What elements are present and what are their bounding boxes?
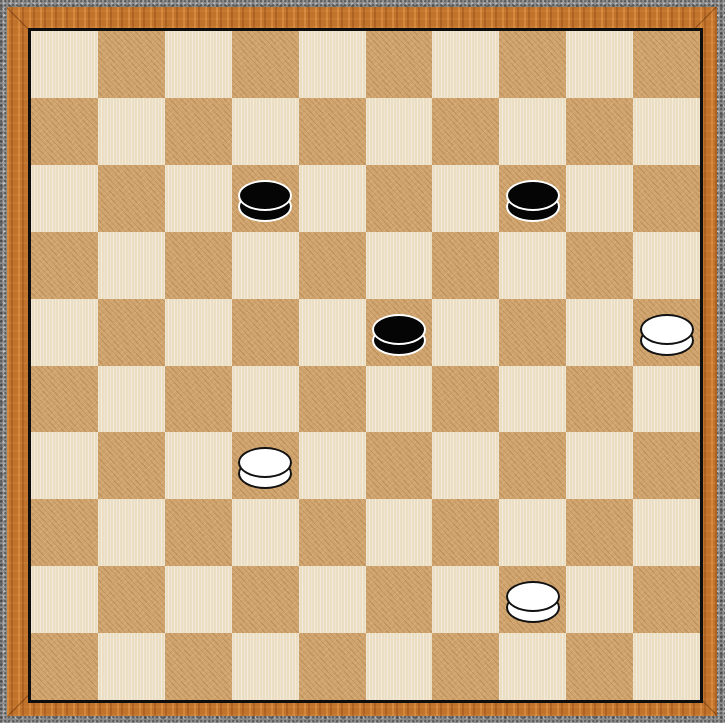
board-square[interactable] [299, 165, 366, 232]
board-square[interactable] [31, 366, 98, 433]
checker-piece-white[interactable]: ⛀ [640, 314, 694, 356]
checker-piece-white[interactable]: ⛀ [506, 581, 560, 623]
board-square[interactable] [432, 31, 499, 98]
board-square[interactable] [432, 232, 499, 299]
board-square[interactable] [432, 165, 499, 232]
board-square[interactable] [499, 432, 566, 499]
checker-piece-black[interactable]: ⛂ [372, 314, 426, 356]
board-square[interactable] [232, 633, 299, 700]
board-square[interactable] [499, 499, 566, 566]
board-square[interactable] [633, 633, 700, 700]
board-square[interactable] [165, 366, 232, 433]
board-square[interactable] [299, 98, 366, 165]
board-square[interactable] [98, 165, 165, 232]
board-square[interactable] [31, 299, 98, 366]
board-square[interactable] [499, 232, 566, 299]
board-frame: ⛂⛂⛂⛀⛀⛀ [7, 7, 717, 716]
board-square[interactable] [299, 432, 366, 499]
board-square[interactable] [566, 232, 633, 299]
board-square[interactable] [366, 566, 433, 633]
board-square[interactable] [566, 499, 633, 566]
board-square[interactable] [299, 366, 366, 433]
board-square[interactable] [165, 432, 232, 499]
board-square[interactable] [232, 299, 299, 366]
board-square[interactable] [633, 432, 700, 499]
board-square[interactable] [633, 232, 700, 299]
board-square[interactable] [432, 98, 499, 165]
board-square[interactable] [366, 366, 433, 433]
board-square[interactable] [566, 566, 633, 633]
board-square[interactable] [499, 299, 566, 366]
board-square[interactable] [31, 232, 98, 299]
board-square[interactable] [98, 299, 165, 366]
board-square[interactable] [299, 299, 366, 366]
board-square[interactable] [366, 432, 433, 499]
board-square[interactable] [299, 31, 366, 98]
board-square[interactable] [633, 31, 700, 98]
checker-piece-black[interactable]: ⛂ [506, 180, 560, 222]
board-square[interactable] [232, 366, 299, 433]
board-square[interactable] [165, 566, 232, 633]
board-square[interactable] [165, 232, 232, 299]
frame-miter-top-right [695, 6, 717, 28]
board-square[interactable] [432, 366, 499, 433]
board-square[interactable] [566, 633, 633, 700]
board-square[interactable] [499, 31, 566, 98]
board-square[interactable] [98, 566, 165, 633]
board-square[interactable] [432, 432, 499, 499]
board-square[interactable] [98, 432, 165, 499]
board-square[interactable] [232, 31, 299, 98]
board-square[interactable] [633, 366, 700, 433]
board-square[interactable] [165, 98, 232, 165]
board-square[interactable] [31, 98, 98, 165]
board-square[interactable] [31, 633, 98, 700]
board-square[interactable] [366, 31, 433, 98]
board-square[interactable] [366, 165, 433, 232]
board-square[interactable] [432, 299, 499, 366]
board-square[interactable] [499, 366, 566, 433]
board-square[interactable] [232, 499, 299, 566]
board-square[interactable] [499, 633, 566, 700]
board-square[interactable] [566, 366, 633, 433]
board-square[interactable] [98, 232, 165, 299]
board-square[interactable] [31, 566, 98, 633]
board-square[interactable] [165, 633, 232, 700]
board-square[interactable] [299, 633, 366, 700]
board-square[interactable] [366, 98, 433, 165]
board-square[interactable] [566, 432, 633, 499]
board-square[interactable] [165, 499, 232, 566]
board-square[interactable] [98, 98, 165, 165]
board-square[interactable] [31, 31, 98, 98]
board-square[interactable] [299, 566, 366, 633]
board-square[interactable] [633, 98, 700, 165]
checker-piece-white[interactable]: ⛀ [238, 447, 292, 489]
frame-miter-top-left [6, 7, 28, 29]
board-square[interactable] [299, 232, 366, 299]
board-square[interactable] [232, 98, 299, 165]
board-square[interactable] [432, 499, 499, 566]
board-square[interactable] [432, 566, 499, 633]
board-square[interactable] [232, 566, 299, 633]
board-square[interactable] [633, 499, 700, 566]
checker-piece-black[interactable]: ⛂ [238, 180, 292, 222]
board-square[interactable] [366, 499, 433, 566]
board-square[interactable] [165, 299, 232, 366]
board-square[interactable] [98, 31, 165, 98]
board-square[interactable] [499, 98, 566, 165]
board-square[interactable] [299, 499, 366, 566]
board-square[interactable] [232, 232, 299, 299]
board-square[interactable] [98, 499, 165, 566]
board-square[interactable] [98, 633, 165, 700]
board-square[interactable] [165, 31, 232, 98]
frame-miter-bottom-left [7, 695, 29, 717]
board-square[interactable] [566, 31, 633, 98]
board-square[interactable] [98, 366, 165, 433]
board-square[interactable] [366, 633, 433, 700]
board-square[interactable] [31, 165, 98, 232]
board-square[interactable] [566, 299, 633, 366]
checkers-board: ⛂⛂⛂⛀⛀⛀ [31, 31, 700, 700]
board-square[interactable] [366, 232, 433, 299]
board-square[interactable] [165, 165, 232, 232]
board-square[interactable] [432, 633, 499, 700]
board-square[interactable] [31, 432, 98, 499]
board-inner-border: ⛂⛂⛂⛀⛀⛀ [28, 28, 703, 703]
board-square[interactable] [633, 566, 700, 633]
board-square[interactable] [633, 165, 700, 232]
board-square[interactable] [566, 98, 633, 165]
board-square[interactable] [31, 499, 98, 566]
board-square[interactable] [566, 165, 633, 232]
